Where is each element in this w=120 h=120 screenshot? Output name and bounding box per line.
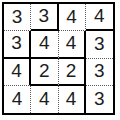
- cell-r3c0[interactable]: 4: [4, 86, 31, 113]
- cell-value: 2: [39, 61, 50, 80]
- cell-r1c3[interactable]: 3: [86, 31, 113, 58]
- cell-r0c2[interactable]: 4: [59, 4, 86, 31]
- cell-r1c1[interactable]: 4: [31, 31, 58, 58]
- cell-value: 4: [11, 61, 22, 80]
- cell-value: 3: [94, 34, 105, 53]
- fillomino-puzzle: 3344344342234443: [0, 0, 120, 120]
- cell-value: 3: [94, 61, 105, 80]
- cell-r3c1[interactable]: 4: [31, 86, 58, 113]
- cell-value: 4: [94, 6, 105, 25]
- cell-value: 3: [39, 6, 50, 25]
- cell-value: 3: [12, 7, 23, 26]
- cell-r3c2[interactable]: 4: [59, 86, 86, 113]
- cell-r0c0[interactable]: 3: [4, 4, 31, 31]
- fillomino-board: 3344344342234443: [2, 2, 115, 115]
- cell-r0c3[interactable]: 4: [86, 4, 113, 31]
- cell-value: 4: [39, 89, 50, 108]
- cell-r1c0[interactable]: 3: [4, 31, 31, 58]
- cell-value: 2: [66, 61, 77, 80]
- cell-r1c2[interactable]: 4: [59, 31, 86, 58]
- cell-value: 4: [12, 89, 23, 108]
- cell-r3c3[interactable]: 3: [86, 86, 113, 113]
- cell-r2c3[interactable]: 3: [86, 59, 113, 86]
- cell-r2c2[interactable]: 2: [59, 59, 86, 86]
- cell-value: 4: [66, 33, 77, 52]
- cell-value: 4: [66, 7, 77, 26]
- cell-value: 3: [11, 33, 22, 52]
- cell-value: 4: [39, 33, 50, 52]
- cell-r2c1[interactable]: 2: [31, 59, 58, 86]
- cell-r2c0[interactable]: 4: [4, 59, 31, 86]
- cell-value: 3: [94, 89, 105, 108]
- cell-value: 4: [66, 89, 77, 108]
- cell-r0c1[interactable]: 3: [31, 4, 58, 31]
